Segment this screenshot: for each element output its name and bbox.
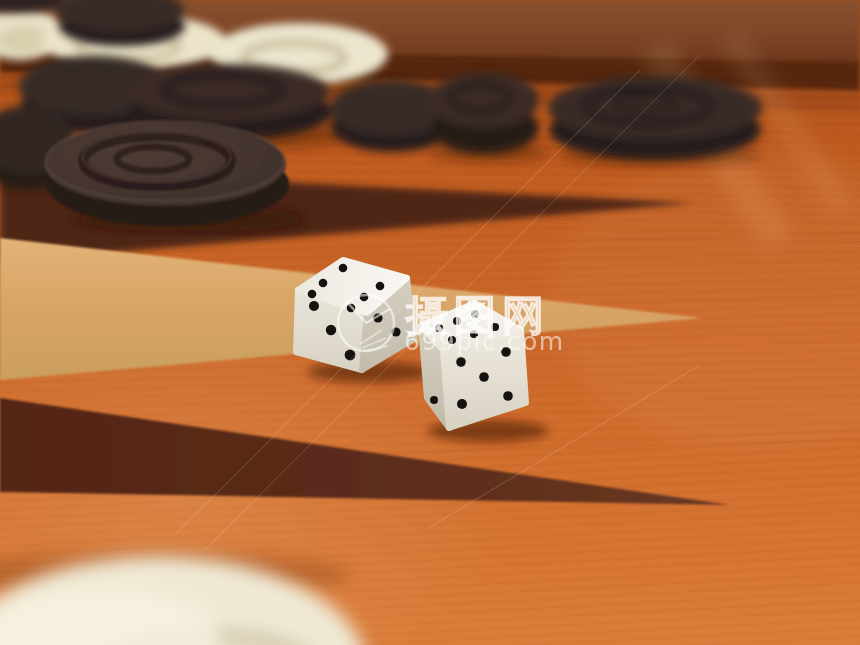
backgammon-scene: 摄图网 699pic.com bbox=[0, 0, 860, 645]
watermark-site-url: 699pic.com bbox=[404, 327, 565, 356]
backgammon-photo-svg: 摄图网 699pic.com bbox=[0, 0, 860, 645]
checker-white-foreground bbox=[0, 553, 366, 645]
